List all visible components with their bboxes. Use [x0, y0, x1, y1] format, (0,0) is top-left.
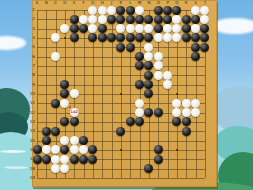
black-stone: [98, 24, 107, 33]
black-stone: [154, 6, 163, 15]
black-stone: [200, 24, 209, 33]
black-stone: [51, 99, 60, 108]
white-stone: [98, 15, 107, 24]
white-stone: [135, 108, 144, 117]
column-label: C: [52, 1, 60, 5]
black-stone: [135, 33, 144, 42]
row-label: 1: [28, 8, 35, 12]
white-stone: [126, 24, 135, 33]
black-stone: [60, 117, 69, 126]
row-label: 7: [28, 64, 35, 68]
black-stone: [182, 117, 191, 126]
black-stone: [42, 155, 51, 164]
hoshi-point: [120, 93, 122, 95]
column-label: J: [108, 1, 116, 5]
white-stone: [163, 24, 172, 33]
row-label: 13: [28, 120, 35, 124]
black-stone: [135, 15, 144, 24]
black-stone: [126, 15, 135, 24]
go-board[interactable]: ABCDEFGHJKLMNOPQRST123456789101112131415…: [32, 0, 217, 187]
column-label: M: [136, 1, 144, 5]
white-stone: [51, 52, 60, 61]
black-stone: [163, 15, 172, 24]
white-stone: [135, 99, 144, 108]
last-move-triangle-marker: [69, 105, 71, 108]
white-stone: [191, 108, 200, 117]
black-stone: [60, 80, 69, 89]
white-stone: [51, 33, 60, 42]
black-stone: [126, 6, 135, 15]
white-stone: [51, 145, 60, 154]
black-stone: [154, 15, 163, 24]
black-stone: [154, 145, 163, 154]
black-stone: [191, 43, 200, 52]
go-app-scene: ABCDEFGHJKLMNOPQRST123456789101112131415…: [0, 0, 253, 190]
column-label: P: [164, 1, 172, 5]
black-stone: [70, 24, 79, 33]
white-stone: [60, 155, 69, 164]
black-stone: [144, 15, 153, 24]
hoshi-point: [120, 149, 122, 151]
column-label: B: [42, 1, 50, 5]
black-stone: [182, 15, 191, 24]
black-stone: [107, 15, 116, 24]
black-stone: [144, 61, 153, 70]
black-stone: [144, 71, 153, 80]
white-stone: [60, 136, 69, 145]
white-stone: [200, 6, 209, 15]
black-stone: [88, 155, 97, 164]
white-stone: [172, 24, 181, 33]
hoshi-point: [176, 93, 178, 95]
white-stone: [79, 145, 88, 154]
cloud-left: [0, 36, 26, 50]
black-stone: [135, 117, 144, 126]
black-stone: [182, 24, 191, 33]
black-stone: [154, 108, 163, 117]
black-stone: [144, 108, 153, 117]
black-stone: [191, 15, 200, 24]
black-stone: [126, 43, 135, 52]
white-stone: [70, 136, 79, 145]
white-stone: [60, 99, 69, 108]
column-label: Q: [173, 1, 181, 5]
black-stone: [70, 15, 79, 24]
black-stone: [200, 33, 209, 42]
column-label: F: [80, 1, 88, 5]
black-stone: [144, 164, 153, 173]
white-stone: [60, 164, 69, 173]
black-stone: [79, 155, 88, 164]
black-stone: [60, 145, 69, 154]
black-stone: [79, 136, 88, 145]
hoshi-point: [64, 37, 66, 39]
white-stone: [182, 108, 191, 117]
white-stone: [172, 33, 181, 42]
column-label: K: [117, 1, 125, 5]
grid-line-horizontal: [37, 178, 205, 179]
row-label: 6: [28, 55, 35, 59]
black-stone: [163, 6, 172, 15]
black-stone: [60, 89, 69, 98]
column-label: E: [70, 1, 78, 5]
row-label: 2: [28, 17, 35, 21]
white-stone: [191, 24, 200, 33]
black-stone: [42, 127, 51, 136]
row-label: 15: [28, 139, 35, 143]
white-stone: [163, 33, 172, 42]
white-stone: [172, 108, 181, 117]
column-label: R: [182, 1, 190, 5]
column-label: D: [61, 1, 69, 5]
white-stone: [172, 15, 181, 24]
column-label: A: [33, 1, 41, 5]
row-label: 5: [28, 45, 35, 49]
white-stone: [154, 52, 163, 61]
column-label: T: [201, 1, 209, 5]
white-stone: [60, 24, 69, 33]
white-stone: [154, 61, 163, 70]
white-stone: [42, 145, 51, 154]
black-stone: [172, 117, 181, 126]
white-stone: [116, 24, 125, 33]
black-stone: [42, 136, 51, 145]
black-stone: [70, 117, 79, 126]
black-stone: [126, 117, 135, 126]
wave-streak-1: [0, 150, 26, 153]
column-label: S: [192, 1, 200, 5]
white-stone: [163, 80, 172, 89]
black-stone: [135, 52, 144, 61]
white-stone: [172, 99, 181, 108]
white-stone: [88, 15, 97, 24]
black-stone: [116, 6, 125, 15]
white-stone: [70, 145, 79, 154]
black-stone: [79, 24, 88, 33]
column-label: H: [98, 1, 106, 5]
black-stone: [200, 43, 209, 52]
wave-streak-2: [4, 166, 28, 169]
black-stone: [182, 127, 191, 136]
white-stone: [191, 99, 200, 108]
column-label: L: [126, 1, 134, 5]
black-stone: [144, 80, 153, 89]
column-label: N: [145, 1, 153, 5]
white-stone: [200, 15, 209, 24]
black-stone: [33, 145, 42, 154]
white-stone: [79, 15, 88, 24]
white-stone: [98, 6, 107, 15]
white-stone: [182, 99, 191, 108]
black-stone: [116, 127, 125, 136]
white-stone: [135, 24, 144, 33]
white-stone: [135, 6, 144, 15]
white-stone: [51, 155, 60, 164]
black-stone: [88, 145, 97, 154]
last-move-number: 142: [70, 108, 79, 117]
black-stone: [191, 33, 200, 42]
row-label: 19: [28, 176, 35, 180]
cloud-right: [212, 18, 253, 34]
row-label: 9: [28, 83, 35, 87]
black-stone: [107, 33, 116, 42]
black-stone: [70, 33, 79, 42]
row-label: 12: [28, 111, 35, 115]
black-stone: [116, 15, 125, 24]
hoshi-point: [176, 149, 178, 151]
row-label: 8: [28, 73, 35, 77]
white-stone: [88, 24, 97, 33]
black-stone: [144, 33, 153, 42]
black-stone: [116, 43, 125, 52]
black-stone: [144, 89, 153, 98]
white-stone: [163, 71, 172, 80]
black-stone: [154, 24, 163, 33]
white-stone: [154, 33, 163, 42]
black-stone: [182, 33, 191, 42]
row-label: 4: [28, 36, 35, 40]
column-label: G: [89, 1, 97, 5]
row-label: 14: [28, 129, 35, 133]
white-stone: [154, 71, 163, 80]
black-stone: [126, 33, 135, 42]
white-stone: [88, 6, 97, 15]
black-stone: [135, 80, 144, 89]
white-stone: [144, 52, 153, 61]
white-stone: [70, 89, 79, 98]
black-stone: [154, 155, 163, 164]
black-stone: [191, 52, 200, 61]
white-stone: [144, 43, 153, 52]
black-stone: [116, 33, 125, 42]
white-stone: [107, 6, 116, 15]
row-label: 11: [28, 101, 35, 105]
white-stone: [51, 164, 60, 173]
black-stone: [98, 33, 107, 42]
black-stone: [88, 33, 97, 42]
white-stone: [144, 24, 153, 33]
black-stone: [70, 155, 79, 164]
black-stone: [51, 127, 60, 136]
column-label: O: [154, 1, 162, 5]
row-label: 18: [28, 167, 35, 171]
white-stone: [191, 6, 200, 15]
row-label: 3: [28, 27, 35, 31]
black-stone: [135, 61, 144, 70]
black-stone: [33, 155, 42, 164]
row-label: 10: [28, 92, 35, 96]
black-stone: [172, 6, 181, 15]
